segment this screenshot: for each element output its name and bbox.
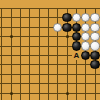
black-stone xyxy=(62,13,71,22)
black-stone xyxy=(72,23,81,32)
white-stone xyxy=(81,41,90,50)
white-stone xyxy=(81,13,90,22)
white-stone xyxy=(90,13,99,22)
white-stone xyxy=(72,13,81,22)
go-board[interactable]: A xyxy=(0,0,100,100)
white-stone xyxy=(81,32,90,41)
white-stone xyxy=(53,23,62,32)
black-stone xyxy=(90,51,99,60)
black-stone xyxy=(72,41,81,50)
white-stone xyxy=(90,32,99,41)
grid-line-horizontal xyxy=(0,74,100,75)
white-stone xyxy=(81,23,90,32)
black-stone xyxy=(90,60,99,69)
white-stone xyxy=(90,23,99,32)
grid-line-horizontal xyxy=(0,83,100,84)
white-stone xyxy=(90,41,99,50)
point-label-a[interactable]: A xyxy=(72,51,81,60)
black-stone xyxy=(72,32,81,41)
grid-line-horizontal xyxy=(0,8,100,9)
star-point xyxy=(10,92,13,95)
star-point xyxy=(66,92,69,95)
star-point xyxy=(10,35,13,38)
star-point xyxy=(66,35,69,38)
grid-line-horizontal xyxy=(0,93,100,94)
black-stone xyxy=(62,23,71,32)
black-stone xyxy=(81,51,90,60)
grid-line-horizontal xyxy=(0,64,100,65)
